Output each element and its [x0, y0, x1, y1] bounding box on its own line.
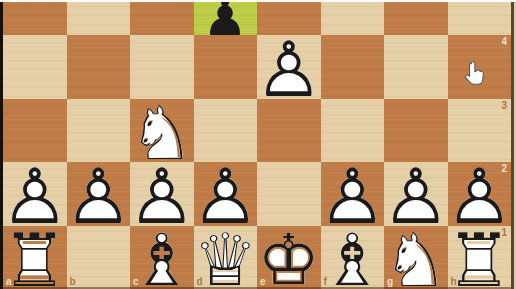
square-d1[interactable]: ♛♕d	[194, 226, 258, 289]
coord-rank-2: 2	[501, 164, 507, 174]
square-g3[interactable]	[384, 99, 448, 163]
piece-white-knight-g1[interactable]: ♞♘	[384, 226, 448, 289]
square-d3[interactable]	[194, 99, 258, 163]
left-edge-strip	[0, 2, 3, 289]
top-edge-strip	[0, 0, 516, 2]
coord-file-e: e	[260, 277, 266, 287]
square-e1[interactable]: ♚♔e	[257, 226, 321, 289]
coord-rank-3: 3	[501, 101, 507, 111]
piece-white-rook-a1[interactable]: ♜♖	[3, 226, 67, 289]
square-d5[interactable]: ♟	[194, 2, 258, 35]
square-e3[interactable]	[257, 99, 321, 163]
square-e5[interactable]	[257, 2, 321, 35]
hand-pointer-cursor	[463, 60, 484, 88]
piece-white-pawn-a2[interactable]: ♟♙	[3, 162, 67, 226]
square-f2[interactable]: ♟♙	[321, 162, 385, 226]
square-b1[interactable]: b	[67, 226, 131, 289]
coord-file-h: h	[451, 277, 457, 287]
chess-app-viewport: ♟♟♙4♞♘3♟♙♟♙♟♙♟♙♟♙♟♙♟♙2♜♖ab♝♗c♛♕d♚♔e♝♗f♞♘…	[0, 0, 516, 289]
piece-white-pawn-c2[interactable]: ♟♙	[130, 162, 194, 226]
square-g2[interactable]: ♟♙	[384, 162, 448, 226]
piece-white-king-e1[interactable]: ♚♔	[257, 226, 321, 289]
coord-file-c: c	[133, 277, 139, 287]
square-a5[interactable]	[3, 2, 67, 35]
square-e2[interactable]	[257, 162, 321, 226]
rook-outline: ♖	[3, 226, 67, 289]
square-a3[interactable]	[3, 99, 67, 163]
piece-white-bishop-c1[interactable]: ♝♗	[130, 226, 194, 289]
coord-file-a: a	[6, 277, 12, 287]
coord-file-g: g	[387, 277, 393, 287]
square-f5[interactable]	[321, 2, 385, 35]
pawn-outline: ♙	[130, 162, 194, 226]
square-e4[interactable]: ♟♙	[257, 35, 321, 99]
piece-white-pawn-g2[interactable]: ♟♙	[384, 162, 448, 226]
square-b4[interactable]	[67, 35, 131, 99]
chessboard[interactable]: ♟♟♙4♞♘3♟♙♟♙♟♙♟♙♟♙♟♙♟♙2♜♖ab♝♗c♛♕d♚♔e♝♗f♞♘…	[3, 2, 511, 289]
square-c5[interactable]	[130, 2, 194, 35]
piece-black-pawn-d5[interactable]: ♟	[194, 2, 258, 35]
square-g4[interactable]	[384, 35, 448, 99]
square-c2[interactable]: ♟♙	[130, 162, 194, 226]
king-outline: ♔	[257, 226, 320, 289]
piece-white-pawn-f2[interactable]: ♟♙	[321, 162, 385, 226]
pawn-outline: ♙	[257, 35, 321, 99]
square-a2[interactable]: ♟♙	[3, 162, 67, 226]
square-b5[interactable]	[67, 2, 131, 35]
square-d4[interactable]	[194, 35, 258, 99]
queen-outline: ♕	[194, 226, 258, 289]
coord-rank-4: 4	[501, 37, 507, 47]
square-f1[interactable]: ♝♗f	[321, 226, 385, 289]
coord-rank-1: 1	[501, 228, 507, 238]
bishop-outline: ♗	[321, 226, 385, 289]
piece-white-queen-d1[interactable]: ♛♕	[194, 226, 258, 289]
square-g5[interactable]	[384, 2, 448, 35]
square-b3[interactable]	[67, 99, 131, 163]
pawn-outline: ♙	[321, 162, 385, 226]
piece-white-pawn-b2[interactable]: ♟♙	[67, 162, 131, 226]
knight-outline: ♘	[130, 99, 194, 163]
square-h3[interactable]: 3	[448, 99, 512, 163]
square-h1[interactable]: ♜♖h1	[448, 226, 512, 289]
square-d2[interactable]: ♟♙	[194, 162, 258, 226]
knight-outline: ♘	[384, 226, 448, 289]
square-b2[interactable]: ♟♙	[67, 162, 131, 226]
pawn-outline: ♙	[384, 162, 448, 226]
piece-white-bishop-f1[interactable]: ♝♗	[321, 226, 385, 289]
pawn-outline: ♙	[67, 162, 131, 226]
square-c4[interactable]	[130, 35, 194, 99]
piece-white-pawn-e4[interactable]: ♟♙	[257, 35, 321, 99]
square-f4[interactable]	[321, 35, 385, 99]
pawn-outline: ♙	[194, 162, 258, 226]
square-h2[interactable]: ♟♙2	[448, 162, 512, 226]
bishop-outline: ♗	[130, 226, 194, 289]
square-f3[interactable]	[321, 99, 385, 163]
piece-white-knight-c3[interactable]: ♞♘	[130, 99, 194, 163]
square-c1[interactable]: ♝♗c	[130, 226, 194, 289]
square-g1[interactable]: ♞♘g	[384, 226, 448, 289]
coord-file-d: d	[197, 277, 203, 287]
piece-white-pawn-d2[interactable]: ♟♙	[194, 162, 258, 226]
square-c3[interactable]: ♞♘	[130, 99, 194, 163]
coord-file-b: b	[70, 277, 76, 287]
pawn-outline: ♙	[3, 162, 67, 226]
square-a4[interactable]	[3, 35, 67, 99]
square-a1[interactable]: ♜♖a	[3, 226, 67, 289]
pawn-solid: ♟	[203, 2, 248, 35]
square-h5[interactable]	[448, 2, 512, 35]
coord-file-f: f	[324, 277, 327, 287]
